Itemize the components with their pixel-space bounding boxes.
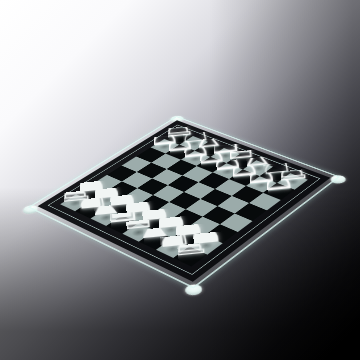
board-frame: ♖♘♗♔♕♗♘♖♙♙♙♙♙♙♙♙♟♟♟♟♟♟♟♟♜♞♝♚♛♝♞♜	[38, 120, 331, 281]
glass-board-plate: ♖♘♗♔♕♗♘♖♙♙♙♙♙♙♙♙♟♟♟♟♟♟♟♟♜♞♝♚♛♝♞♜	[28, 116, 340, 289]
glass-foot-bottom	[182, 283, 206, 298]
piece-glyph: ♙	[257, 153, 297, 197]
camera-tilt-wrapper: ♖♘♗♔♕♗♘♖♙♙♙♙♙♙♙♙♟♟♟♟♟♟♟♟♜♞♝♚♛♝♞♜	[0, 0, 360, 360]
piece-glyph: ♜	[164, 209, 214, 263]
glass-foot-right	[328, 174, 349, 185]
chess-board: ♖♘♗♔♕♗♘♖♙♙♙♙♙♙♙♙♟♟♟♟♟♟♟♟♜♞♝♚♛♝♞♜	[60, 130, 308, 266]
studio-backdrop: Glass chess set photographed corner-on: …	[0, 0, 360, 360]
